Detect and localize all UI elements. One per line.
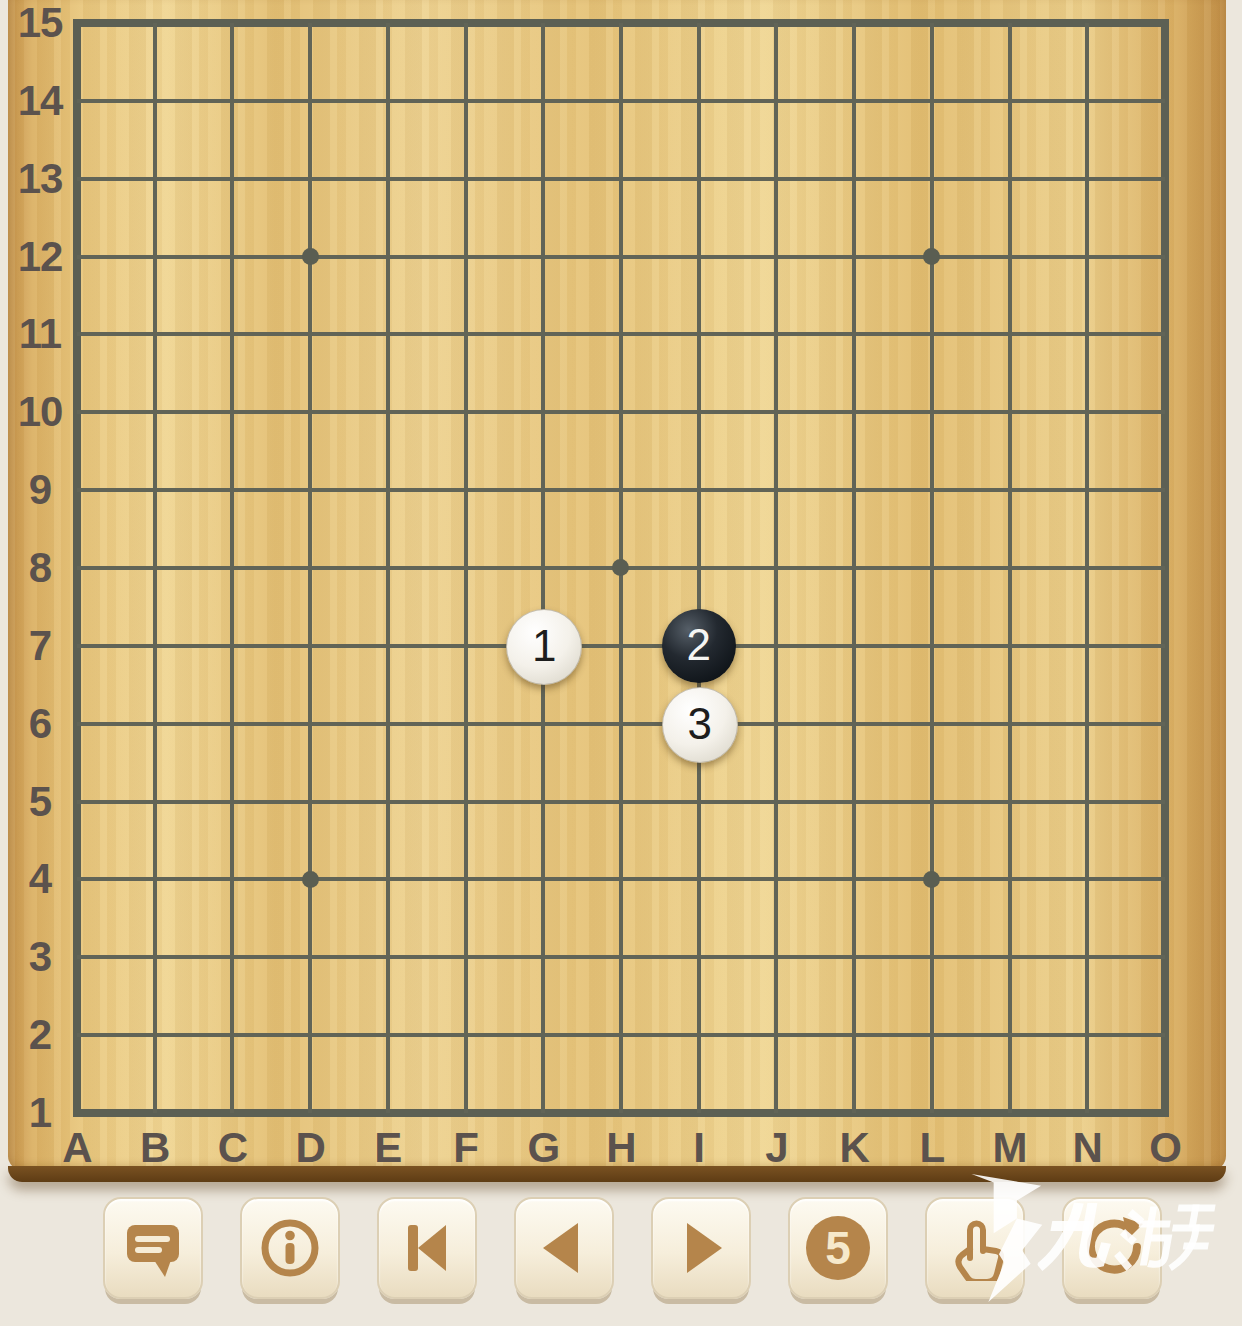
stone-white-move-3: 3 <box>662 687 738 763</box>
grid-line-horizontal <box>77 800 1165 804</box>
previous-move-icon <box>532 1216 596 1280</box>
hand-tap-button[interactable] <box>925 1197 1025 1299</box>
stone-black-move-2: 2 <box>662 609 736 683</box>
grid-line-vertical <box>697 23 701 1113</box>
grid-line-horizontal <box>77 722 1165 726</box>
row-label: 15 <box>10 0 70 47</box>
row-label: 14 <box>10 77 70 125</box>
skip-to-start-button[interactable] <box>377 1197 477 1299</box>
column-label: N <box>1057 1124 1117 1172</box>
star-point <box>302 871 319 888</box>
go-board[interactable]: 151413121110987654321ABCDEFGHIJKLMNO123 <box>0 0 1242 1326</box>
star-point <box>302 248 319 265</box>
jump-five-button[interactable]: 5 <box>788 1197 888 1299</box>
info-button[interactable] <box>240 1197 340 1299</box>
row-label: 6 <box>10 700 70 748</box>
row-label: 3 <box>10 933 70 981</box>
hand-tap-icon <box>942 1215 1008 1281</box>
refresh-button[interactable] <box>1062 1197 1162 1299</box>
column-label: M <box>980 1124 1040 1172</box>
column-label: J <box>746 1124 806 1172</box>
column-label: K <box>824 1124 884 1172</box>
row-label: 7 <box>10 622 70 670</box>
grid-line-vertical <box>1008 23 1012 1113</box>
grid-line-vertical <box>774 23 778 1113</box>
next-move-button[interactable] <box>651 1197 751 1299</box>
row-label: 8 <box>10 544 70 592</box>
previous-move-button[interactable] <box>514 1197 614 1299</box>
column-label: D <box>280 1124 340 1172</box>
row-label: 12 <box>10 233 70 281</box>
row-label: 4 <box>10 855 70 903</box>
row-label: 11 <box>10 310 70 358</box>
stone-white-move-1: 1 <box>506 609 582 685</box>
grid-line-horizontal <box>77 955 1165 959</box>
row-label: 13 <box>10 155 70 203</box>
column-label: F <box>436 1124 496 1172</box>
info-icon <box>258 1216 322 1280</box>
grid-line-vertical <box>852 23 856 1113</box>
column-label: C <box>202 1124 262 1172</box>
column-label: G <box>513 1124 573 1172</box>
comment-icon <box>121 1216 185 1280</box>
row-label: 5 <box>10 778 70 826</box>
row-label: 10 <box>10 388 70 436</box>
jump-five-icon: 5 <box>806 1216 870 1280</box>
column-label: E <box>358 1124 418 1172</box>
grid-line-vertical <box>1085 23 1089 1113</box>
grid-line-horizontal <box>77 877 1165 881</box>
grid-line-vertical <box>930 23 934 1113</box>
next-move-icon <box>669 1216 733 1280</box>
app-screen: 151413121110987654321ABCDEFGHIJKLMNO123 <box>0 0 1242 1326</box>
row-label: 2 <box>10 1011 70 1059</box>
column-label: B <box>125 1124 185 1172</box>
jump-five-label: 5 <box>825 1221 851 1275</box>
grid-line-horizontal <box>77 1033 1165 1037</box>
comment-button[interactable] <box>103 1197 203 1299</box>
toolbar: 5 <box>103 1197 1162 1299</box>
skip-to-start-icon <box>395 1216 459 1280</box>
column-label: L <box>902 1124 962 1172</box>
column-label: O <box>1135 1124 1195 1172</box>
column-label: A <box>47 1124 107 1172</box>
column-label: I <box>669 1124 729 1172</box>
row-label: 9 <box>10 466 70 514</box>
grid-line-horizontal <box>77 644 1165 648</box>
refresh-icon <box>1079 1215 1145 1281</box>
column-label: H <box>591 1124 651 1172</box>
